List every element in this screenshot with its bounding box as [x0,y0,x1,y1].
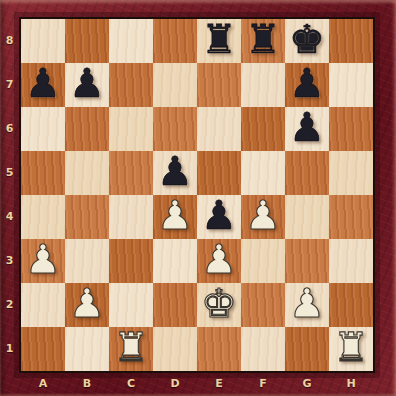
square-f7[interactable] [241,63,285,107]
square-g8[interactable]: ♚ [285,19,329,63]
piece-white-king-e2[interactable]: ♚ [201,283,237,325]
square-g4[interactable] [285,195,329,239]
board-frame: ♜♜♚♟♟♟♟♟♟♟♟♟♟♟♚♟♜♜ 87654321 ABCDEFGH [0,0,396,396]
square-d6[interactable] [153,107,197,151]
square-g5[interactable] [285,151,329,195]
square-a8[interactable] [21,19,65,63]
rank-label-7: 7 [0,63,19,107]
square-a6[interactable] [21,107,65,151]
rank-label-5: 5 [0,151,19,195]
square-h4[interactable] [329,195,373,239]
square-h8[interactable] [329,19,373,63]
piece-white-pawn-d4[interactable]: ♟ [157,195,193,237]
piece-black-rook-f8[interactable]: ♜ [245,19,281,61]
rank-label-3: 3 [0,239,19,283]
piece-black-pawn-g7[interactable]: ♟ [289,63,325,105]
square-a4[interactable] [21,195,65,239]
chess-board: ♜♜♚♟♟♟♟♟♟♟♟♟♟♟♚♟♜♜ [21,19,373,371]
square-e6[interactable] [197,107,241,151]
square-f1[interactable] [241,327,285,371]
piece-white-pawn-a3[interactable]: ♟ [25,239,61,281]
square-h3[interactable] [329,239,373,283]
piece-black-pawn-a7[interactable]: ♟ [25,63,61,105]
square-c7[interactable] [109,63,153,107]
file-label-f: F [241,372,285,396]
file-label-g: G [285,372,329,396]
file-label-a: A [21,372,65,396]
square-a2[interactable] [21,283,65,327]
file-label-h: H [329,372,373,396]
square-d4[interactable]: ♟ [153,195,197,239]
square-e5[interactable] [197,151,241,195]
piece-black-pawn-g6[interactable]: ♟ [289,107,325,149]
square-c8[interactable] [109,19,153,63]
rank-label-4: 4 [0,195,19,239]
square-b8[interactable] [65,19,109,63]
square-h5[interactable] [329,151,373,195]
rank-label-6: 6 [0,107,19,151]
square-c2[interactable] [109,283,153,327]
piece-white-pawn-b2[interactable]: ♟ [69,283,105,325]
square-d2[interactable] [153,283,197,327]
file-label-b: B [65,372,109,396]
piece-white-pawn-e3[interactable]: ♟ [201,239,237,281]
square-f6[interactable] [241,107,285,151]
square-c5[interactable] [109,151,153,195]
rank-label-1: 1 [0,327,19,371]
square-b7[interactable]: ♟ [65,63,109,107]
square-d3[interactable] [153,239,197,283]
piece-black-pawn-e4[interactable]: ♟ [201,195,237,237]
piece-white-rook-c1[interactable]: ♜ [113,327,149,369]
square-f4[interactable]: ♟ [241,195,285,239]
rank-label-8: 8 [0,19,19,63]
square-h7[interactable] [329,63,373,107]
square-e8[interactable]: ♜ [197,19,241,63]
piece-black-king-g8[interactable]: ♚ [289,19,325,61]
square-h6[interactable] [329,107,373,151]
square-g1[interactable] [285,327,329,371]
square-h1[interactable]: ♜ [329,327,373,371]
square-e7[interactable] [197,63,241,107]
square-h2[interactable] [329,283,373,327]
square-g3[interactable] [285,239,329,283]
square-b1[interactable] [65,327,109,371]
square-a5[interactable] [21,151,65,195]
piece-white-pawn-g2[interactable]: ♟ [289,283,325,325]
square-c6[interactable] [109,107,153,151]
square-b4[interactable] [65,195,109,239]
square-e2[interactable]: ♚ [197,283,241,327]
piece-black-rook-e8[interactable]: ♜ [201,19,237,61]
square-c1[interactable]: ♜ [109,327,153,371]
file-label-d: D [153,372,197,396]
square-d7[interactable] [153,63,197,107]
square-g7[interactable]: ♟ [285,63,329,107]
square-c3[interactable] [109,239,153,283]
square-g2[interactable]: ♟ [285,283,329,327]
square-d1[interactable] [153,327,197,371]
square-a3[interactable]: ♟ [21,239,65,283]
file-label-c: C [109,372,153,396]
square-e3[interactable]: ♟ [197,239,241,283]
square-g6[interactable]: ♟ [285,107,329,151]
square-f8[interactable]: ♜ [241,19,285,63]
square-d8[interactable] [153,19,197,63]
square-b2[interactable]: ♟ [65,283,109,327]
square-e4[interactable]: ♟ [197,195,241,239]
square-a7[interactable]: ♟ [21,63,65,107]
square-f2[interactable] [241,283,285,327]
piece-black-pawn-d5[interactable]: ♟ [157,151,193,193]
square-f3[interactable] [241,239,285,283]
piece-white-pawn-f4[interactable]: ♟ [245,195,281,237]
square-b3[interactable] [65,239,109,283]
square-b5[interactable] [65,151,109,195]
square-f5[interactable] [241,151,285,195]
piece-black-pawn-b7[interactable]: ♟ [69,63,105,105]
square-c4[interactable] [109,195,153,239]
square-b6[interactable] [65,107,109,151]
file-label-e: E [197,372,241,396]
rank-label-2: 2 [0,283,19,327]
piece-white-rook-h1[interactable]: ♜ [333,327,369,369]
square-d5[interactable]: ♟ [153,151,197,195]
square-a1[interactable] [21,327,65,371]
square-e1[interactable] [197,327,241,371]
